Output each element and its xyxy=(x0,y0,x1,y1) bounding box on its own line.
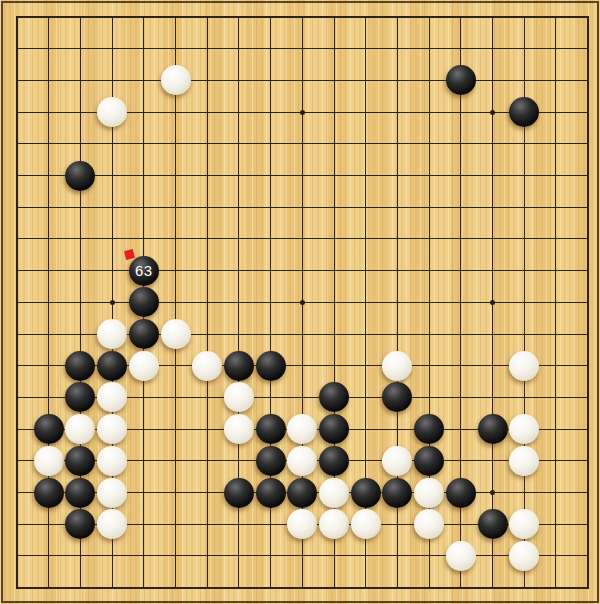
grid-line xyxy=(587,16,589,589)
white-stone xyxy=(97,446,127,476)
black-stone xyxy=(256,414,286,444)
black-stone xyxy=(382,478,412,508)
white-stone xyxy=(192,351,222,381)
white-stone xyxy=(351,509,381,539)
white-stone xyxy=(509,351,539,381)
white-stone xyxy=(509,446,539,476)
black-stone xyxy=(34,478,64,508)
white-stone xyxy=(382,446,412,476)
black-stone xyxy=(65,161,95,191)
black-stone xyxy=(129,287,159,317)
black-stone xyxy=(34,414,64,444)
star-point xyxy=(490,110,495,115)
white-stone xyxy=(97,382,127,412)
white-stone xyxy=(97,97,127,127)
star-point xyxy=(300,300,305,305)
white-stone xyxy=(65,414,95,444)
black-stone xyxy=(224,351,254,381)
black-stone xyxy=(65,382,95,412)
black-stone xyxy=(256,351,286,381)
black-stone xyxy=(478,414,508,444)
white-stone xyxy=(509,414,539,444)
black-stone xyxy=(224,478,254,508)
white-stone xyxy=(287,446,317,476)
white-stone xyxy=(129,351,159,381)
white-stone xyxy=(97,319,127,349)
black-stone xyxy=(319,414,349,444)
black-stone xyxy=(414,446,444,476)
black-stone xyxy=(287,478,317,508)
white-stone xyxy=(224,382,254,412)
white-stone xyxy=(319,509,349,539)
black-stone xyxy=(509,97,539,127)
white-stone xyxy=(319,478,349,508)
black-stone xyxy=(97,351,127,381)
black-stone xyxy=(65,478,95,508)
star-point xyxy=(300,110,305,115)
black-stone xyxy=(129,319,159,349)
go-board[interactable]: 63 xyxy=(0,0,600,604)
black-stone xyxy=(382,382,412,412)
white-stone xyxy=(509,509,539,539)
white-stone xyxy=(97,478,127,508)
black-stone xyxy=(319,382,349,412)
move-number-label: 63 xyxy=(129,256,159,286)
white-stone xyxy=(224,414,254,444)
white-stone xyxy=(97,414,127,444)
white-stone xyxy=(509,541,539,571)
white-stone xyxy=(97,509,127,539)
black-stone xyxy=(319,446,349,476)
star-point xyxy=(490,490,495,495)
black-stone xyxy=(65,351,95,381)
white-stone xyxy=(161,319,191,349)
white-stone xyxy=(287,509,317,539)
black-stone xyxy=(65,509,95,539)
black-stone xyxy=(65,446,95,476)
white-stone xyxy=(382,351,412,381)
white-stone xyxy=(414,478,444,508)
grid-line xyxy=(16,555,589,556)
white-stone xyxy=(287,414,317,444)
white-stone xyxy=(446,541,476,571)
white-stone xyxy=(161,65,191,95)
black-stone xyxy=(351,478,381,508)
black-stone xyxy=(256,478,286,508)
black-stone xyxy=(446,65,476,95)
black-stone xyxy=(256,446,286,476)
grid-line xyxy=(555,16,556,589)
star-point xyxy=(110,300,115,305)
star-point xyxy=(490,300,495,305)
white-stone xyxy=(414,509,444,539)
last-move-stone: 63 xyxy=(129,256,159,286)
black-stone xyxy=(478,509,508,539)
white-stone xyxy=(34,446,64,476)
black-stone xyxy=(414,414,444,444)
black-stone xyxy=(446,478,476,508)
grid-line xyxy=(16,587,589,589)
